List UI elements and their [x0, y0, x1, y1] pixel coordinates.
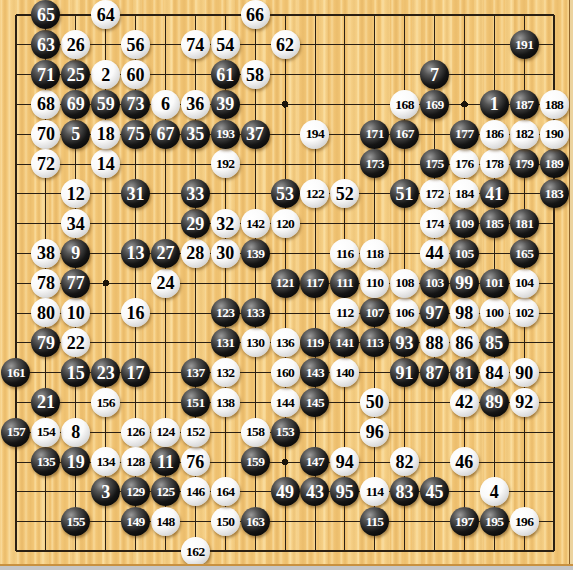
go-stone-move-2: 2	[91, 60, 120, 89]
go-stone-move-123: 123	[211, 298, 240, 327]
go-stone-move-56: 56	[121, 30, 150, 59]
go-stone-move-125: 125	[151, 477, 180, 506]
move-number: 122	[306, 187, 324, 201]
move-number: 168	[395, 98, 413, 112]
go-stone-move-102: 102	[510, 298, 539, 327]
go-stone-move-195: 195	[480, 507, 509, 536]
go-stone-move-183: 183	[540, 179, 569, 208]
go-stone-move-46: 46	[450, 447, 479, 476]
move-number: 11	[157, 453, 174, 471]
move-number: 4	[490, 483, 499, 501]
move-number: 139	[246, 247, 264, 261]
go-stone-move-22: 22	[61, 328, 90, 357]
move-number: 16	[127, 304, 145, 322]
go-stone-move-171: 171	[360, 120, 389, 149]
go-stone-move-50: 50	[360, 388, 389, 417]
move-number: 181	[515, 217, 533, 231]
go-stone-move-117: 117	[300, 269, 329, 298]
move-number: 189	[545, 157, 563, 171]
go-stone-move-82: 82	[390, 447, 419, 476]
go-stone-move-184: 184	[450, 179, 479, 208]
go-stone-move-142: 142	[241, 209, 270, 238]
move-number: 37	[246, 125, 264, 143]
go-stone-move-62: 62	[271, 30, 300, 59]
go-stone-move-29: 29	[181, 209, 210, 238]
go-stone-move-58: 58	[241, 60, 270, 89]
move-number: 131	[216, 336, 234, 350]
move-number: 15	[67, 364, 85, 382]
go-stone-move-173: 173	[360, 149, 389, 178]
move-number: 42	[455, 393, 473, 411]
go-stone-move-153: 153	[271, 418, 300, 447]
go-stone-move-109: 109	[450, 209, 479, 238]
go-stone-move-99: 99	[450, 269, 479, 298]
go-stone-move-172: 172	[420, 179, 449, 208]
go-stone-move-155: 155	[61, 507, 90, 536]
go-stone-move-63: 63	[31, 30, 60, 59]
go-stone-move-13: 13	[121, 239, 150, 268]
move-number: 39	[216, 95, 234, 113]
move-number: 129	[126, 485, 144, 499]
go-stone-move-32: 32	[211, 209, 240, 238]
move-number: 155	[67, 515, 85, 529]
move-number: 104	[515, 276, 533, 290]
go-stone-move-74: 74	[181, 30, 210, 59]
move-number: 149	[126, 515, 144, 529]
go-stone-move-8: 8	[61, 418, 90, 447]
move-number: 125	[156, 485, 174, 499]
go-stone-move-194: 194	[300, 120, 329, 149]
move-number: 195	[485, 515, 503, 529]
move-number: 28	[186, 244, 204, 262]
move-number: 77	[67, 274, 85, 292]
move-number: 81	[455, 364, 473, 382]
go-stone-move-37: 37	[241, 120, 270, 149]
move-number: 3	[101, 483, 110, 501]
go-stone-move-196: 196	[510, 507, 539, 536]
move-number: 173	[365, 157, 383, 171]
go-stone-move-85: 85	[480, 328, 509, 357]
go-stone-move-80: 80	[31, 298, 60, 327]
go-stone-move-163: 163	[241, 507, 270, 536]
move-number: 144	[276, 396, 294, 410]
move-number: 70	[37, 125, 55, 143]
go-stone-move-81: 81	[450, 358, 479, 387]
move-number: 187	[515, 98, 533, 112]
move-number: 41	[485, 185, 503, 203]
move-number: 116	[336, 247, 354, 261]
move-number: 88	[425, 334, 443, 352]
move-number: 174	[425, 217, 443, 231]
go-stone-move-152: 152	[181, 418, 210, 447]
move-number: 118	[366, 247, 384, 261]
go-stone-move-113: 113	[360, 328, 389, 357]
move-number: 154	[37, 425, 55, 439]
go-stone-move-121: 121	[271, 269, 300, 298]
move-number: 176	[455, 157, 473, 171]
go-stone-move-76: 76	[181, 447, 210, 476]
go-stone-move-33: 33	[181, 179, 210, 208]
go-stone-move-156: 156	[91, 388, 120, 417]
move-number: 38	[37, 244, 55, 262]
go-stone-move-189: 189	[540, 149, 569, 178]
go-stone-move-129: 129	[121, 477, 150, 506]
move-number: 19	[67, 453, 85, 471]
move-number: 73	[127, 95, 145, 113]
go-stone-move-149: 149	[121, 507, 150, 536]
move-number: 141	[336, 336, 354, 350]
go-stone-move-97: 97	[420, 298, 449, 327]
go-stone-move-43: 43	[300, 477, 329, 506]
move-number: 95	[336, 483, 354, 501]
go-stone-move-158: 158	[241, 418, 270, 447]
go-stone-move-174: 174	[420, 209, 449, 238]
move-number: 96	[366, 423, 384, 441]
board-bottom-edge	[0, 564, 573, 570]
move-number: 83	[396, 483, 414, 501]
go-stone-move-14: 14	[91, 149, 120, 178]
go-stone-move-70: 70	[31, 120, 60, 149]
move-number: 117	[306, 276, 324, 290]
go-stone-move-190: 190	[540, 120, 569, 149]
go-stone-move-140: 140	[330, 358, 359, 387]
go-stone-move-49: 49	[271, 477, 300, 506]
go-stone-move-187: 187	[510, 90, 539, 119]
move-number: 107	[365, 306, 383, 320]
move-number: 92	[515, 393, 533, 411]
go-stone-move-9: 9	[61, 239, 90, 268]
go-stone-move-119: 119	[300, 328, 329, 357]
go-stone-move-26: 26	[61, 30, 90, 59]
move-number: 113	[366, 336, 384, 350]
move-number: 50	[366, 393, 384, 411]
move-number: 109	[455, 217, 473, 231]
go-stone-move-79: 79	[31, 328, 60, 357]
go-stone-move-69: 69	[61, 90, 90, 119]
go-stone-move-77: 77	[61, 269, 90, 298]
go-stone-move-5: 5	[61, 120, 90, 149]
go-stone-move-66: 66	[241, 0, 270, 29]
go-stone-move-44: 44	[420, 239, 449, 268]
go-stone-move-59: 59	[91, 90, 120, 119]
go-stone-move-112: 112	[330, 298, 359, 327]
move-number: 6	[161, 95, 170, 113]
move-number: 29	[186, 215, 204, 233]
move-number: 78	[37, 274, 55, 292]
move-number: 82	[396, 453, 414, 471]
stones-layer: 1234567891011121314151617181921222324252…	[1, 0, 569, 566]
move-number: 137	[186, 366, 204, 380]
move-number: 75	[127, 125, 145, 143]
move-number: 24	[156, 274, 174, 292]
go-stone-move-182: 182	[510, 120, 539, 149]
go-stone-move-105: 105	[450, 239, 479, 268]
move-number: 13	[127, 244, 145, 262]
move-number: 130	[246, 336, 264, 350]
move-number: 74	[186, 36, 204, 54]
go-stone-move-169: 169	[420, 90, 449, 119]
move-number: 14	[97, 155, 115, 173]
move-number: 153	[276, 425, 294, 439]
go-stone-move-27: 27	[151, 239, 180, 268]
go-stone-move-179: 179	[510, 149, 539, 178]
move-number: 2	[101, 66, 110, 84]
go-stone-move-114: 114	[360, 477, 389, 506]
go-stone-move-41: 41	[480, 179, 509, 208]
go-stone-move-154: 154	[31, 418, 60, 447]
move-number: 159	[246, 455, 264, 469]
move-number: 186	[485, 127, 503, 141]
move-number: 65	[37, 6, 55, 24]
go-stone-move-135: 135	[31, 447, 60, 476]
move-number: 23	[97, 364, 115, 382]
move-number: 91	[396, 364, 414, 382]
move-number: 171	[365, 127, 383, 141]
go-stone-move-137: 137	[181, 358, 210, 387]
move-number: 100	[485, 306, 503, 320]
move-number: 169	[425, 98, 443, 112]
move-number: 177	[455, 127, 473, 141]
move-number: 32	[216, 215, 234, 233]
move-number: 8	[71, 423, 80, 441]
go-stone-move-42: 42	[450, 388, 479, 417]
go-stone-move-60: 60	[121, 60, 150, 89]
go-stone-move-124: 124	[151, 418, 180, 447]
go-stone-move-35: 35	[181, 120, 210, 149]
move-number: 99	[455, 274, 473, 292]
move-number: 67	[156, 125, 174, 143]
go-stone-move-86: 86	[450, 328, 479, 357]
move-number: 66	[246, 6, 264, 24]
move-number: 188	[545, 98, 563, 112]
go-stone-move-177: 177	[450, 120, 479, 149]
move-number: 10	[67, 304, 85, 322]
move-number: 35	[186, 125, 204, 143]
move-number: 69	[67, 95, 85, 113]
move-number: 97	[425, 304, 443, 322]
go-stone-move-18: 18	[91, 120, 120, 149]
go-stone-move-188: 188	[540, 90, 569, 119]
move-number: 18	[97, 125, 115, 143]
go-stone-move-72: 72	[31, 149, 60, 178]
move-number: 158	[246, 425, 264, 439]
move-number: 87	[425, 364, 443, 382]
go-stone-move-193: 193	[211, 120, 240, 149]
go-stone-move-98: 98	[450, 298, 479, 327]
move-number: 54	[216, 36, 234, 54]
go-stone-move-54: 54	[211, 30, 240, 59]
go-stone-move-176: 176	[450, 149, 479, 178]
move-number: 132	[216, 366, 234, 380]
move-number: 103	[425, 276, 443, 290]
move-number: 197	[455, 515, 473, 529]
move-number: 111	[336, 276, 353, 290]
move-number: 44	[425, 244, 443, 262]
move-number: 152	[186, 425, 204, 439]
move-number: 126	[126, 425, 144, 439]
move-number: 146	[186, 485, 204, 499]
move-number: 178	[485, 157, 503, 171]
go-stone-move-108: 108	[390, 269, 419, 298]
go-stone-move-87: 87	[420, 358, 449, 387]
move-number: 36	[186, 95, 204, 113]
go-stone-move-143: 143	[300, 358, 329, 387]
go-stone-move-191: 191	[510, 30, 539, 59]
move-number: 172	[425, 187, 443, 201]
move-number: 182	[515, 127, 533, 141]
go-stone-move-67: 67	[151, 120, 180, 149]
move-number: 114	[366, 485, 384, 499]
move-number: 156	[96, 396, 114, 410]
move-number: 84	[485, 364, 503, 382]
move-number: 105	[455, 247, 473, 261]
go-stone-move-181: 181	[510, 209, 539, 238]
go-stone-move-78: 78	[31, 269, 60, 298]
go-stone-move-34: 34	[61, 209, 90, 238]
move-number: 27	[156, 244, 174, 262]
go-stone-move-160: 160	[271, 358, 300, 387]
go-stone-move-115: 115	[360, 507, 389, 536]
go-stone-move-136: 136	[271, 328, 300, 357]
move-number: 124	[156, 425, 174, 439]
go-stone-move-65: 65	[31, 0, 60, 29]
go-stone-move-118: 118	[360, 239, 389, 268]
move-number: 80	[37, 304, 55, 322]
go-stone-move-146: 146	[181, 477, 210, 506]
move-number: 49	[276, 483, 294, 501]
go-stone-move-64: 64	[91, 0, 120, 29]
move-number: 33	[186, 185, 204, 203]
go-stone-move-3: 3	[91, 477, 120, 506]
move-number: 64	[97, 6, 115, 24]
go-stone-move-17: 17	[121, 358, 150, 387]
go-stone-move-148: 148	[151, 507, 180, 536]
move-number: 60	[127, 66, 145, 84]
move-number: 21	[37, 393, 55, 411]
move-number: 145	[306, 396, 324, 410]
move-number: 112	[336, 306, 354, 320]
move-number: 160	[276, 366, 294, 380]
move-number: 7	[430, 66, 439, 84]
go-stone-move-61: 61	[211, 60, 240, 89]
move-number: 179	[515, 157, 533, 171]
go-stone-move-4: 4	[480, 477, 509, 506]
move-number: 68	[37, 95, 55, 113]
move-number: 163	[246, 515, 264, 529]
move-number: 30	[216, 244, 234, 262]
move-number: 143	[306, 366, 324, 380]
move-number: 9	[71, 244, 80, 262]
go-stone-move-95: 95	[330, 477, 359, 506]
go-stone-move-161: 161	[1, 358, 30, 387]
go-stone-move-130: 130	[241, 328, 270, 357]
go-stone-move-36: 36	[181, 90, 210, 119]
move-number: 1	[490, 95, 499, 113]
go-stone-move-164: 164	[211, 477, 240, 506]
move-number: 12	[67, 185, 85, 203]
go-stone-move-120: 120	[271, 209, 300, 238]
go-stone-move-92: 92	[510, 388, 539, 417]
go-stone-move-134: 134	[91, 447, 120, 476]
move-number: 108	[395, 276, 413, 290]
go-stone-move-126: 126	[121, 418, 150, 447]
move-number: 142	[246, 217, 264, 231]
move-number: 115	[366, 515, 384, 529]
go-stone-move-39: 39	[211, 90, 240, 119]
move-number: 194	[306, 127, 324, 141]
move-number: 34	[67, 215, 85, 233]
move-number: 193	[216, 127, 234, 141]
go-stone-move-30: 30	[211, 239, 240, 268]
move-number: 128	[126, 455, 144, 469]
move-number: 98	[455, 304, 473, 322]
move-number: 22	[67, 334, 85, 352]
go-stone-move-116: 116	[330, 239, 359, 268]
move-number: 147	[306, 455, 324, 469]
go-stone-move-94: 94	[330, 447, 359, 476]
move-number: 196	[515, 515, 533, 529]
move-number: 167	[395, 127, 413, 141]
go-stone-move-28: 28	[181, 239, 210, 268]
go-stone-move-144: 144	[271, 388, 300, 417]
go-stone-move-51: 51	[390, 179, 419, 208]
move-number: 120	[276, 217, 294, 231]
go-stone-move-24: 24	[151, 269, 180, 298]
go-stone-move-101: 101	[480, 269, 509, 298]
move-number: 121	[276, 276, 294, 290]
go-stone-move-11: 11	[151, 447, 180, 476]
move-number: 52	[336, 185, 354, 203]
move-number: 63	[37, 36, 55, 54]
move-number: 93	[396, 334, 414, 352]
move-number: 46	[455, 453, 473, 471]
move-number: 26	[67, 36, 85, 54]
go-stone-move-25: 25	[61, 60, 90, 89]
go-stone-move-100: 100	[480, 298, 509, 327]
go-stone-move-71: 71	[31, 60, 60, 89]
go-stone-move-106: 106	[390, 298, 419, 327]
go-stone-move-68: 68	[31, 90, 60, 119]
move-number: 135	[37, 455, 55, 469]
move-number: 110	[366, 276, 384, 290]
go-stone-move-31: 31	[121, 179, 150, 208]
move-number: 45	[425, 483, 443, 501]
go-stone-move-89: 89	[480, 388, 509, 417]
move-number: 58	[246, 66, 264, 84]
move-number: 76	[186, 453, 204, 471]
go-stone-move-186: 186	[480, 120, 509, 149]
go-stone-move-192: 192	[211, 149, 240, 178]
move-number: 123	[216, 306, 234, 320]
go-stone-move-52: 52	[330, 179, 359, 208]
go-stone-move-104: 104	[510, 269, 539, 298]
go-stone-move-128: 128	[121, 447, 150, 476]
move-number: 134	[96, 455, 114, 469]
go-stone-move-110: 110	[360, 269, 389, 298]
go-stone-move-23: 23	[91, 358, 120, 387]
move-number: 162	[186, 545, 204, 559]
move-number: 133	[246, 306, 264, 320]
move-number: 138	[216, 396, 234, 410]
move-number: 62	[276, 36, 294, 54]
go-stone-move-73: 73	[121, 90, 150, 119]
go-stone-move-131: 131	[211, 328, 240, 357]
move-number: 136	[276, 336, 294, 350]
go-stone-move-111: 111	[330, 269, 359, 298]
go-stone-move-168: 168	[390, 90, 419, 119]
go-stone-move-93: 93	[390, 328, 419, 357]
move-number: 25	[67, 66, 85, 84]
